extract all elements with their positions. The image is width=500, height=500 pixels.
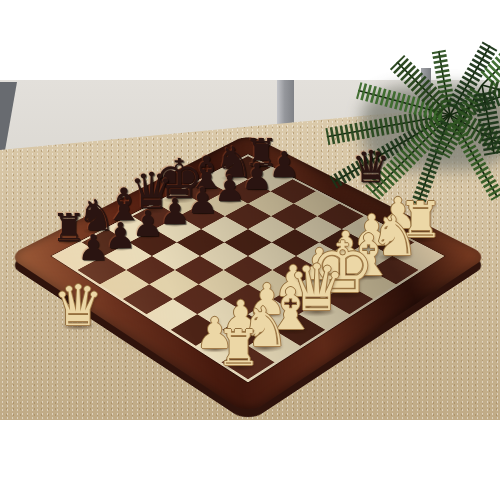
piece-black-queen-offboard: ♛: [351, 145, 390, 189]
piece-black-pawn-e7: ♟: [186, 182, 218, 218]
piece-black-pawn-f7: ♟: [214, 171, 246, 207]
piece-black-pawn-b7: ♟: [105, 218, 137, 254]
piece-black-pawn-d7: ♟: [159, 194, 191, 230]
piece-white-queen-offboard: ♛: [53, 278, 103, 334]
piece-black-pawn-c7: ♟: [132, 206, 164, 242]
piece-white-rook-a1: ♜: [217, 324, 261, 374]
pieces-layer: ♜♞♝♛♚♝♞♜♟♟♟♟♟♟♟♟♟♟♟♟♟♟♟♟♜♞♝♛♚♝♞♜♛♛: [0, 80, 500, 420]
piece-black-pawn-h7: ♟: [268, 147, 300, 183]
piece-black-pawn-a7: ♟: [77, 229, 109, 265]
piece-black-pawn-g7: ♟: [241, 159, 273, 195]
product-photo-stage: ♜♞♝♛♚♝♞♜♟♟♟♟♟♟♟♟♟♟♟♟♟♟♟♟♜♞♝♛♚♝♞♜♛♛: [0, 0, 500, 500]
photo-area: ♜♞♝♛♚♝♞♜♟♟♟♟♟♟♟♟♟♟♟♟♟♟♟♟♜♞♝♛♚♝♞♜♛♛: [0, 80, 500, 420]
